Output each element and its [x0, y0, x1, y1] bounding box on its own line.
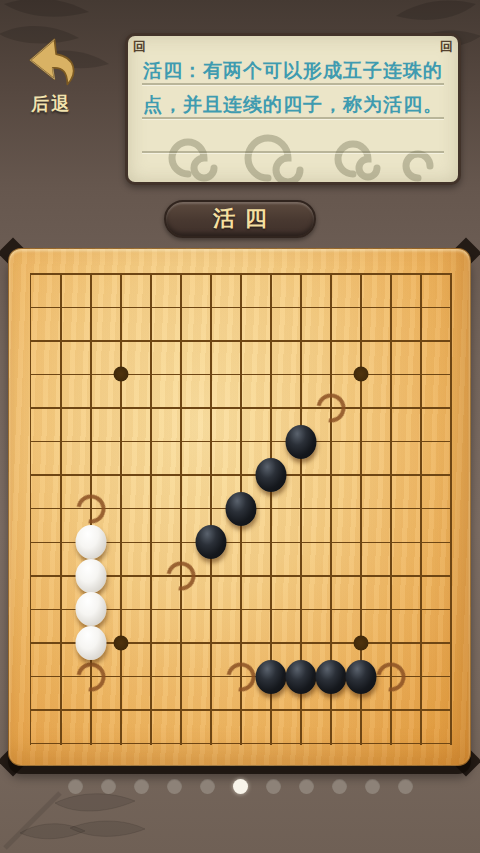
page-dot[interactable] [200, 779, 215, 794]
page-dot[interactable] [101, 779, 116, 794]
page-dot-active[interactable] [233, 779, 248, 794]
page-dot[interactable] [365, 779, 380, 794]
page-dot[interactable] [266, 779, 281, 794]
black-stone [315, 660, 346, 694]
white-stone [75, 525, 106, 559]
back-arrow-icon [23, 36, 79, 86]
page-dot[interactable] [332, 779, 347, 794]
page-dot[interactable] [167, 779, 182, 794]
page-dot[interactable] [398, 779, 413, 794]
game-board[interactable] [8, 248, 471, 766]
star-point [353, 636, 368, 651]
back-button-label: 后退 [16, 92, 86, 116]
page-dot[interactable] [134, 779, 149, 794]
black-stone [195, 525, 226, 559]
page-background: 后退 回 回 活四：有两个可以形成五子连珠的 点，并且连续的四子，称为活四。 活… [0, 0, 480, 853]
black-stone [285, 425, 316, 459]
star-point [113, 636, 128, 651]
white-stone [75, 626, 106, 660]
black-stone [255, 458, 286, 492]
white-stone [75, 559, 106, 593]
page-dot[interactable] [68, 779, 83, 794]
black-stone [285, 660, 316, 694]
star-point [113, 367, 128, 382]
page-indicator [0, 779, 480, 794]
tutorial-text-line1: 活四：有两个可以形成五子连珠的 [128, 58, 458, 84]
black-stone [225, 492, 256, 526]
tutorial-text-line2: 点，并且连续的四子，称为活四。 [128, 92, 458, 118]
white-stone [75, 592, 106, 626]
black-stone [255, 660, 286, 694]
page-dot[interactable] [299, 779, 314, 794]
black-stone [345, 660, 376, 694]
section-title-pill: 活四 [164, 200, 316, 238]
back-button[interactable]: 后退 [16, 36, 86, 114]
tutorial-card: 回 回 活四：有两个可以形成五子连珠的 点，并且连续的四子，称为活四。 [125, 33, 461, 185]
star-point [353, 367, 368, 382]
corner-motif: 回 [440, 40, 453, 53]
corner-motif: 回 [133, 40, 146, 53]
cloud-watermark [128, 112, 458, 182]
rule-line [142, 151, 444, 153]
